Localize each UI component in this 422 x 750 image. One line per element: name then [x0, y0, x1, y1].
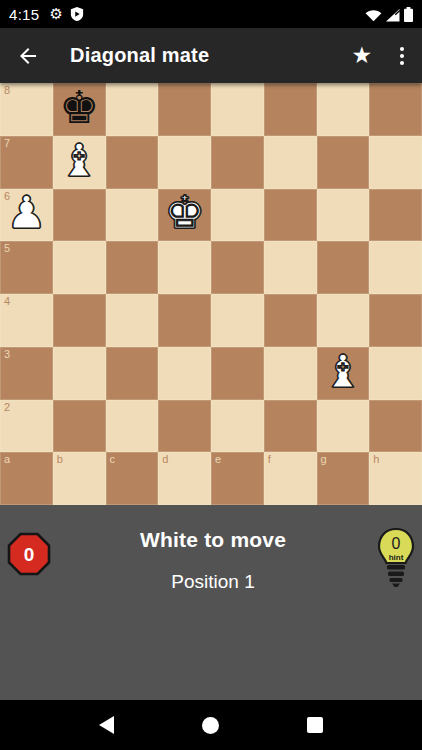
info-panel: 0 White to move Position 1 0 hint: [0, 505, 422, 700]
overflow-menu-button[interactable]: [398, 43, 406, 69]
file-label-e: e: [215, 454, 221, 465]
square-g3[interactable]: ♝: [317, 347, 370, 400]
square-d5[interactable]: [158, 241, 211, 294]
square-a3[interactable]: 3: [0, 347, 53, 400]
square-e3[interactable]: [211, 347, 264, 400]
square-g5[interactable]: [317, 241, 370, 294]
rank-label-2: 2: [4, 402, 10, 413]
square-h6[interactable]: [369, 189, 422, 242]
rank-label-5: 5: [4, 243, 10, 254]
square-a6[interactable]: 6♟: [0, 189, 53, 242]
file-label-f: f: [268, 454, 271, 465]
shield-play-icon: [70, 6, 84, 22]
page-title: Diagonal mate: [70, 44, 209, 67]
square-f7[interactable]: [264, 136, 317, 189]
hint-button[interactable]: 0 hint: [375, 527, 417, 591]
square-c5[interactable]: [106, 241, 159, 294]
square-f8[interactable]: [264, 83, 317, 136]
square-a5[interactable]: 5: [0, 241, 53, 294]
square-a7[interactable]: 7: [0, 136, 53, 189]
square-c7[interactable]: [106, 136, 159, 189]
square-d3[interactable]: [158, 347, 211, 400]
square-b3[interactable]: [53, 347, 106, 400]
square-c8[interactable]: [106, 83, 159, 136]
rank-label-7: 7: [4, 138, 10, 149]
square-f2[interactable]: [264, 400, 317, 453]
android-nav-bar: [0, 700, 422, 750]
square-d2[interactable]: [158, 400, 211, 453]
square-h3[interactable]: [369, 347, 422, 400]
square-h7[interactable]: [369, 136, 422, 189]
fail-counter-badge[interactable]: 0: [7, 532, 51, 578]
square-b1[interactable]: b: [53, 452, 106, 505]
gear-icon: ⚙: [49, 7, 62, 22]
file-label-c: c: [110, 454, 116, 465]
square-b8[interactable]: ♚: [53, 83, 106, 136]
square-e6[interactable]: [211, 189, 264, 242]
square-h4[interactable]: [369, 294, 422, 347]
back-button[interactable]: [16, 44, 40, 68]
square-a2[interactable]: 2: [0, 400, 53, 453]
file-label-d: d: [162, 454, 168, 465]
square-a4[interactable]: 4: [0, 294, 53, 347]
square-e8[interactable]: [211, 83, 264, 136]
square-f6[interactable]: [264, 189, 317, 242]
square-c4[interactable]: [106, 294, 159, 347]
square-b2[interactable]: [53, 400, 106, 453]
fail-count: 0: [24, 544, 35, 565]
square-e1[interactable]: e: [211, 452, 264, 505]
piece-white-bishop: ♝: [59, 138, 99, 183]
square-e4[interactable]: [211, 294, 264, 347]
square-b5[interactable]: [53, 241, 106, 294]
file-label-h: h: [373, 454, 379, 465]
status-bar: 4:15 ⚙: [0, 0, 422, 28]
square-g4[interactable]: [317, 294, 370, 347]
square-f4[interactable]: [264, 294, 317, 347]
phone-screen: 4:15 ⚙: [0, 0, 422, 750]
rank-label-4: 4: [4, 296, 10, 307]
square-g1[interactable]: g: [317, 452, 370, 505]
square-e5[interactable]: [211, 241, 264, 294]
wifi-icon: [365, 9, 382, 22]
nav-back-icon[interactable]: [99, 716, 114, 734]
square-a1[interactable]: a: [0, 452, 53, 505]
hint-label: hint: [389, 553, 404, 562]
square-c2[interactable]: [106, 400, 159, 453]
square-f3[interactable]: [264, 347, 317, 400]
hint-count: 0: [392, 535, 401, 552]
square-f1[interactable]: f: [264, 452, 317, 505]
square-h2[interactable]: [369, 400, 422, 453]
square-d4[interactable]: [158, 294, 211, 347]
square-b7[interactable]: ♝: [53, 136, 106, 189]
square-c3[interactable]: [106, 347, 159, 400]
square-g8[interactable]: [317, 83, 370, 136]
square-h1[interactable]: h: [369, 452, 422, 505]
square-d1[interactable]: d: [158, 452, 211, 505]
square-h5[interactable]: [369, 241, 422, 294]
battery-icon: [404, 7, 413, 22]
back-arrow-icon: [16, 44, 40, 68]
square-f5[interactable]: [264, 241, 317, 294]
square-c1[interactable]: c: [106, 452, 159, 505]
nav-recents-icon[interactable]: [307, 717, 323, 733]
favorite-star-button[interactable]: ★: [351, 44, 372, 67]
piece-black-king: ♚: [59, 85, 99, 130]
square-d6[interactable]: ♚: [158, 189, 211, 242]
file-label-b: b: [57, 454, 63, 465]
piece-white-king: ♚: [164, 190, 204, 235]
square-e2[interactable]: [211, 400, 264, 453]
square-e7[interactable]: [211, 136, 264, 189]
clock: 4:15: [9, 6, 39, 23]
cell-signal-icon: [386, 9, 400, 22]
square-b6[interactable]: [53, 189, 106, 242]
app-bar: Diagonal mate ★: [0, 28, 422, 83]
square-d8[interactable]: [158, 83, 211, 136]
chess-board: 8♚7♝6♟♚543♝2abcdefgh: [0, 83, 422, 505]
rank-label-3: 3: [4, 349, 10, 360]
square-b4[interactable]: [53, 294, 106, 347]
square-a8[interactable]: 8: [0, 83, 53, 136]
turn-indicator: White to move: [140, 528, 286, 552]
square-h8[interactable]: [369, 83, 422, 136]
rank-label-6: 6: [4, 191, 10, 202]
square-c6[interactable]: [106, 189, 159, 242]
nav-home-icon[interactable]: [202, 717, 219, 734]
square-g7[interactable]: [317, 136, 370, 189]
square-d7[interactable]: [158, 136, 211, 189]
file-label-g: g: [321, 454, 327, 465]
file-label-a: a: [4, 454, 10, 465]
piece-white-bishop: ♝: [323, 349, 363, 394]
rank-label-8: 8: [4, 85, 10, 96]
piece-white-pawn: ♟: [6, 190, 46, 235]
position-label: Position 1: [171, 571, 254, 593]
square-g6[interactable]: [317, 189, 370, 242]
square-g2[interactable]: [317, 400, 370, 453]
